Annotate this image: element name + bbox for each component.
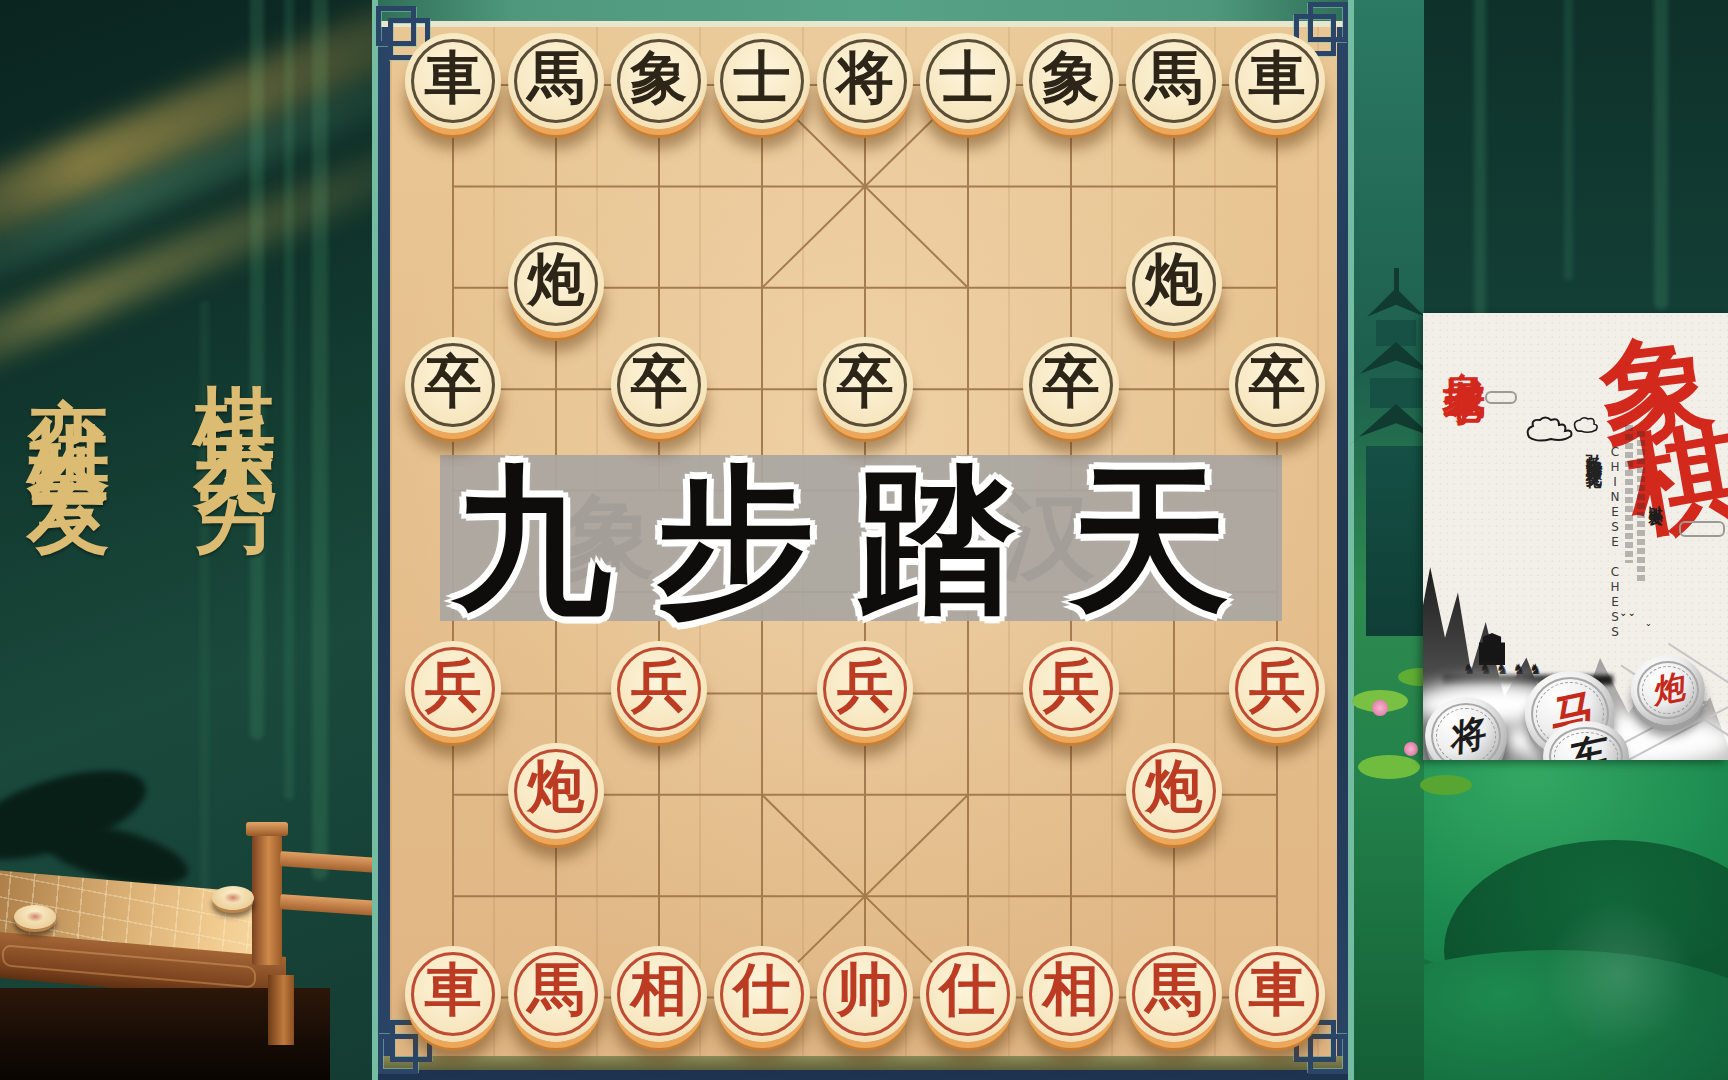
board-piece-red-相[interactable]: 相	[611, 946, 707, 1042]
board-piece-red-兵[interactable]: 兵	[817, 641, 913, 737]
board-piece-red-兵[interactable]: 兵	[1023, 641, 1119, 737]
board-piece-black-車[interactable]: 車	[405, 33, 501, 129]
poster-author: 泉城老李	[1441, 339, 1487, 355]
piece-glyph: 炮	[1126, 236, 1222, 332]
board-piece-black-卒[interactable]: 卒	[405, 337, 501, 433]
board-piece-red-帅[interactable]: 帅	[817, 946, 913, 1042]
board-piece-black-士[interactable]: 士	[714, 33, 810, 129]
title-char-2: 步	[640, 452, 830, 627]
piece-glyph: 士	[920, 33, 1016, 129]
slogan-right-column: 棋乐无穷	[180, 318, 290, 430]
piece-glyph: 卒	[817, 337, 913, 433]
board-piece-black-卒[interactable]: 卒	[1229, 337, 1325, 433]
poster-slogan: 弘扬中华民族传统文化	[1583, 441, 1604, 461]
piece-glyph: 卒	[1229, 337, 1325, 433]
bamboo-stalk	[1654, 0, 1668, 310]
poster-piece-cannon: 炮	[1631, 655, 1705, 725]
screenshot-stage: 弈棋会友 棋乐无穷 泉城老李 象 棋 弘扬中华民族传统文化	[0, 0, 1728, 1080]
board-piece-black-馬[interactable]: 馬	[508, 33, 604, 129]
board-piece-black-馬[interactable]: 馬	[1126, 33, 1222, 129]
piece-glyph: 象	[611, 33, 707, 129]
board-piece-black-炮[interactable]: 炮	[508, 236, 604, 332]
piece-glyph: 帅	[817, 946, 913, 1042]
piece-glyph: 相	[611, 946, 707, 1042]
poster-deco-line	[1679, 521, 1725, 537]
board-piece-black-炮[interactable]: 炮	[1126, 236, 1222, 332]
board-piece-black-卒[interactable]: 卒	[817, 337, 913, 433]
board-piece-black-卒[interactable]: 卒	[611, 337, 707, 433]
board-piece-red-車[interactable]: 車	[1229, 946, 1325, 1042]
table-leg	[268, 975, 294, 1045]
birds: ⌄	[1645, 619, 1652, 628]
title-char-3: 踏	[842, 452, 1032, 627]
board-piece-red-炮[interactable]: 炮	[1126, 743, 1222, 839]
piece-glyph: 兵	[611, 641, 707, 737]
board-piece-red-炮[interactable]: 炮	[508, 743, 604, 839]
board-piece-black-士[interactable]: 士	[920, 33, 1016, 129]
title-char-4: 天	[1055, 452, 1245, 627]
piece-glyph: 兵	[405, 641, 501, 737]
lotus-flower	[1372, 700, 1388, 716]
board-piece-red-馬[interactable]: 馬	[508, 946, 604, 1042]
fine-print-column	[1637, 431, 1645, 581]
board-piece-red-兵[interactable]: 兵	[611, 641, 707, 737]
piece-glyph: 炮	[1126, 743, 1222, 839]
piece-glyph: 馬	[508, 33, 604, 129]
piece-glyph: 仕	[920, 946, 1016, 1042]
piece-glyph: 車	[1229, 946, 1325, 1042]
piece-glyph: 士	[714, 33, 810, 129]
table-chess-piece	[14, 905, 56, 929]
frame-bar-left	[378, 0, 390, 1080]
piece-glyph: 相	[1023, 946, 1119, 1042]
railing-post	[252, 835, 282, 965]
board-piece-black-卒[interactable]: 卒	[1023, 337, 1119, 433]
piece-glyph: 車	[1229, 33, 1325, 129]
piece-glyph: 将	[817, 33, 913, 129]
piece-glyph: 兵	[817, 641, 913, 737]
frame-bar-bottom	[378, 1056, 1348, 1070]
piece-glyph: 馬	[508, 946, 604, 1042]
piece-glyph: 卒	[1023, 337, 1119, 433]
piece-glyph: 車	[405, 946, 501, 1042]
piece-glyph: 卒	[611, 337, 707, 433]
railing-cap	[246, 822, 288, 836]
piece-glyph: 炮	[508, 236, 604, 332]
table-chess-piece	[212, 886, 254, 910]
board-piece-red-相[interactable]: 相	[1023, 946, 1119, 1042]
piece-glyph: 象	[1023, 33, 1119, 129]
piece-glyph: 車	[405, 33, 501, 129]
frame-bar-bottom-line	[378, 1070, 1348, 1080]
title-char-1: 九	[437, 452, 627, 627]
piece-glyph: 馬	[1126, 33, 1222, 129]
slogan-left-column: 弈棋会友	[14, 328, 124, 440]
piece-glyph: 馬	[1126, 946, 1222, 1042]
board-piece-red-馬[interactable]: 馬	[1126, 946, 1222, 1042]
light-bokeh	[1544, 900, 1694, 1050]
board-piece-red-車[interactable]: 車	[405, 946, 501, 1042]
board-piece-red-兵[interactable]: 兵	[405, 641, 501, 737]
board-piece-red-兵[interactable]: 兵	[1229, 641, 1325, 737]
lotus-pad	[1420, 775, 1472, 795]
board-piece-red-仕[interactable]: 仕	[714, 946, 810, 1042]
poster-deco-line	[1485, 391, 1517, 404]
board-piece-black-象[interactable]: 象	[611, 33, 707, 129]
lotus-flower	[1404, 742, 1418, 756]
bamboo-stalk	[1564, 0, 1573, 280]
bamboo-stalk	[1474, 0, 1486, 320]
board-piece-red-仕[interactable]: 仕	[920, 946, 1016, 1042]
fine-print-column	[1625, 425, 1633, 563]
board-piece-black-将[interactable]: 将	[817, 33, 913, 129]
piece-glyph: 炮	[508, 743, 604, 839]
board-piece-black-車[interactable]: 車	[1229, 33, 1325, 129]
poster-piece-chariot: 车	[1543, 721, 1629, 760]
frame-bar-top	[378, 0, 1348, 27]
piece-glyph: 兵	[1023, 641, 1119, 737]
piece-glyph: 卒	[405, 337, 501, 433]
poster-piece-general: 将	[1425, 697, 1507, 760]
lotus-pad	[1358, 755, 1420, 779]
board-piece-black-象[interactable]: 象	[1023, 33, 1119, 129]
poster-motto: 以棋会友	[1647, 495, 1665, 503]
birds: ⌄⌄	[1619, 607, 1636, 618]
poster-title-char-2: 棋	[1617, 396, 1728, 564]
piece-glyph: 兵	[1229, 641, 1325, 737]
chess-poster: 泉城老李 象 棋 弘扬中华民族传统文化 CHINESE CHESS 以棋会友 ♞…	[1423, 313, 1728, 760]
piece-glyph: 仕	[714, 946, 810, 1042]
bamboo-forest-left: 弈棋会友 棋乐无穷	[0, 0, 392, 1080]
